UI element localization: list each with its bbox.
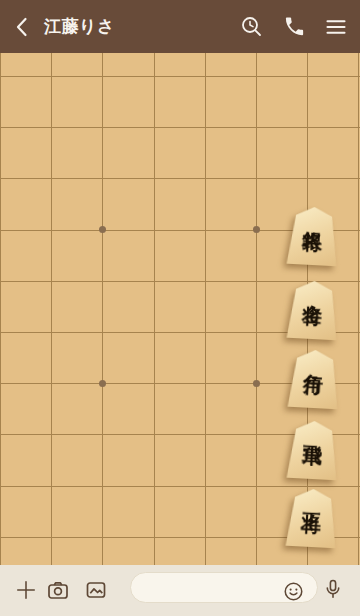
piece-kanji: 金将: [304, 289, 324, 292]
camera-button[interactable]: [46, 578, 70, 602]
board-cell: [0, 537, 51, 565]
board-cell: [51, 383, 102, 434]
board-cell: [205, 486, 256, 537]
star-point: [253, 226, 260, 233]
board-cell: [51, 281, 102, 332]
piece-kanji: 飛車: [304, 429, 324, 432]
board-cell: [205, 178, 256, 229]
shogi-piece-gold-general: 金将: [287, 280, 340, 341]
header-actions: [240, 0, 360, 53]
board-cell: [51, 486, 102, 537]
photo-gallery-button[interactable]: [84, 578, 108, 602]
board-cell: [102, 537, 153, 565]
picture-icon: [84, 578, 108, 602]
board-cell: [256, 53, 307, 76]
back-button[interactable]: [6, 10, 40, 44]
shogi-piece-rook: 飛車: [287, 420, 340, 481]
phone-icon: [283, 15, 306, 38]
board-cell: [51, 537, 102, 565]
chat-header: 江藤りさ: [0, 0, 360, 53]
board-cell: [102, 383, 153, 434]
board-cell: [154, 178, 205, 229]
board-cell: [0, 486, 51, 537]
star-point: [99, 380, 106, 387]
board-cell: [0, 230, 51, 281]
board-cell: [205, 537, 256, 565]
board-cell: [102, 127, 153, 178]
board-cell: [154, 53, 205, 76]
board-cell: [102, 178, 153, 229]
board-cell: [154, 434, 205, 485]
board-cell: [0, 434, 51, 485]
search-history-button[interactable]: [240, 15, 264, 39]
piece-tile: 王将: [286, 488, 339, 549]
board-cell: [102, 434, 153, 485]
board-cell: [51, 332, 102, 383]
board-cell: [205, 76, 256, 127]
board-cell: [102, 76, 153, 127]
board-cell: [154, 230, 205, 281]
board-cell: [154, 486, 205, 537]
board-cell: [0, 53, 51, 76]
smiley-icon: [282, 580, 305, 603]
piece-kanji: 王将: [303, 497, 323, 500]
board-cell: [0, 332, 51, 383]
piece-kanji: 角行: [305, 358, 325, 361]
board-cell: [0, 76, 51, 127]
board-cell: [102, 53, 153, 76]
piece-tile: 飛車: [287, 420, 340, 481]
piece-kanji: 銀将: [304, 215, 324, 218]
board-cell: [307, 53, 358, 76]
board-cell: [205, 127, 256, 178]
chat-wallpaper: 銀将 金将 角行 飛車 王将: [0, 53, 360, 565]
board-cell: [102, 332, 153, 383]
board-cell: [154, 383, 205, 434]
menu-button[interactable]: [324, 15, 348, 39]
star-point: [99, 226, 106, 233]
board-cell: [307, 127, 358, 178]
emoji-button[interactable]: [281, 579, 305, 603]
shogi-piece-silver-general: 銀将: [287, 206, 340, 267]
board-cell: [256, 76, 307, 127]
piece-tile: 金将: [287, 280, 340, 341]
board-cell: [102, 486, 153, 537]
board-cell: [51, 230, 102, 281]
search-clock-icon: [240, 15, 264, 39]
board-cell: [154, 537, 205, 565]
voice-message-button[interactable]: [321, 577, 345, 601]
board-cell: [51, 434, 102, 485]
shogi-piece-bishop: 角行: [288, 349, 341, 410]
board-cell: [256, 127, 307, 178]
board-cell: [205, 53, 256, 76]
board-cell: [0, 383, 51, 434]
board-cell: [51, 53, 102, 76]
board-cell: [205, 230, 256, 281]
message-composer-bar: [0, 565, 360, 616]
hamburger-menu-icon: [324, 15, 348, 39]
board-cell: [205, 434, 256, 485]
board-cell: [205, 281, 256, 332]
board-cell: [51, 76, 102, 127]
shogi-piece-king: 王将: [286, 488, 339, 549]
board-cell: [0, 281, 51, 332]
microphone-icon: [321, 577, 345, 601]
chat-screen: 江藤りさ: [0, 0, 360, 616]
board-cell: [102, 281, 153, 332]
board-cell: [154, 332, 205, 383]
piece-tile: 銀将: [287, 206, 340, 267]
plus-icon: [15, 579, 37, 601]
board-cell: [102, 230, 153, 281]
add-attachment-button[interactable]: [14, 578, 38, 602]
piece-tile: 角行: [288, 349, 341, 410]
board-cell: [154, 281, 205, 332]
chat-title: 江藤りさ: [44, 15, 115, 38]
board-cell: [307, 76, 358, 127]
board-cell: [51, 127, 102, 178]
board-cell: [0, 127, 51, 178]
board-cell: [205, 383, 256, 434]
board-cell: [205, 332, 256, 383]
board-cell: [51, 178, 102, 229]
chevron-left-icon: [11, 15, 35, 39]
board-cell: [154, 76, 205, 127]
board-cell: [0, 178, 51, 229]
camera-icon: [46, 578, 70, 602]
voice-call-button[interactable]: [282, 15, 306, 39]
board-cell: [154, 127, 205, 178]
star-point: [253, 380, 260, 387]
